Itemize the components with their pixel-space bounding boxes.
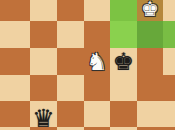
square-r0-c1[interactable] xyxy=(30,0,57,21)
square-r4-c4[interactable] xyxy=(110,101,137,127)
square-r2-c2[interactable] xyxy=(57,48,84,75)
square-r3-c6[interactable] xyxy=(163,75,175,101)
square-r1-c4[interactable] xyxy=(110,21,137,48)
white-king[interactable]: ♚ xyxy=(141,0,159,19)
square-r4-c1[interactable]: ♛ xyxy=(30,101,57,127)
square-r0-c6[interactable] xyxy=(163,0,175,21)
square-r1-c1[interactable] xyxy=(30,21,57,48)
square-r5-c4[interactable] xyxy=(110,127,137,130)
square-r0-c2[interactable] xyxy=(57,0,84,21)
square-r3-c5[interactable] xyxy=(137,75,163,101)
square-r1-c3[interactable] xyxy=(84,21,110,48)
square-r3-c1[interactable] xyxy=(30,75,57,101)
square-r4-c6[interactable] xyxy=(163,101,175,127)
square-r5-c3[interactable] xyxy=(84,127,110,130)
square-r4-c5[interactable] xyxy=(137,101,163,127)
square-r0-c4[interactable] xyxy=(110,0,137,21)
square-r3-c2[interactable] xyxy=(57,75,84,101)
square-r5-c5[interactable] xyxy=(137,127,163,130)
square-r3-c3[interactable] xyxy=(84,75,110,101)
square-r2-c6[interactable] xyxy=(163,48,175,75)
square-r2-c5[interactable] xyxy=(137,48,163,75)
square-r4-c3[interactable] xyxy=(84,101,110,127)
chess-board: ♚♞♚♛ xyxy=(0,0,175,130)
square-r5-c0[interactable] xyxy=(0,127,30,130)
square-r1-c2[interactable] xyxy=(57,21,84,48)
square-r3-c4[interactable] xyxy=(110,75,137,101)
square-r5-c1[interactable] xyxy=(30,127,57,130)
square-r4-c0[interactable] xyxy=(0,101,30,127)
square-r5-c2[interactable] xyxy=(57,127,84,130)
square-r3-c0[interactable] xyxy=(0,75,30,101)
square-r2-c1[interactable] xyxy=(30,48,57,75)
square-r2-c3[interactable]: ♞ xyxy=(84,48,110,75)
square-r1-c0[interactable] xyxy=(0,21,30,48)
square-r1-c5[interactable] xyxy=(137,21,163,48)
square-r1-c6[interactable] xyxy=(163,21,175,48)
square-r2-c4[interactable]: ♚ xyxy=(110,48,137,75)
square-r4-c2[interactable] xyxy=(57,101,84,127)
black-king[interactable]: ♚ xyxy=(113,50,135,74)
white-knight[interactable]: ♞ xyxy=(86,50,108,74)
square-r5-c6[interactable] xyxy=(163,127,175,130)
square-r0-c3[interactable] xyxy=(84,0,110,21)
square-r0-c5[interactable]: ♚ xyxy=(137,0,163,21)
square-r2-c0[interactable] xyxy=(0,48,30,75)
square-r0-c0[interactable] xyxy=(0,0,30,21)
